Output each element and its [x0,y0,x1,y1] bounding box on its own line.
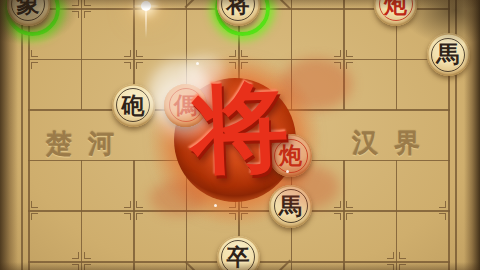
position-dot [124,201,131,208]
piece-character: 馬 [437,43,460,66]
position-dot [136,62,143,69]
position-dot [31,201,38,208]
position-dot [31,62,38,69]
position-dot [136,213,143,220]
position-dot [387,252,394,259]
sparkle-dot [286,170,289,173]
position-dot [346,213,353,220]
position-dot [334,201,341,208]
position-dot [136,201,143,208]
sparkle-icon [145,8,147,38]
position-dot [439,213,446,220]
piece-character: 砲 [122,94,145,117]
grid-vline [133,160,135,270]
position-dot [136,50,143,57]
grid-vline [81,160,83,270]
corner-shade [400,0,480,45]
position-dot [72,252,79,259]
position-dot [124,50,131,57]
grid-vline [396,160,398,270]
river-label-left: 楚河 [46,127,130,162]
sparkle-dot [214,204,217,207]
sparkle-dot [196,62,199,65]
position-dot [439,201,446,208]
position-dot [124,213,131,220]
position-dot [399,252,406,259]
river-label-right: 汉界 [352,126,436,161]
xiangqi-board[interactable]: 楚河 汉界 象将炮馬砲傌炮馬卒 将 [0,0,480,270]
check-announcement-text: 将 [190,78,290,178]
position-dot [84,11,91,18]
video-edge-shade-bottom [0,262,480,270]
position-dot [346,50,353,57]
position-dot [31,50,38,57]
corner-shade [0,0,80,45]
position-dot [334,213,341,220]
red-mist-top-right [280,58,352,110]
position-dot [124,62,131,69]
position-dot [31,213,38,220]
position-dot [346,62,353,69]
position-dot [346,201,353,208]
position-dot [84,252,91,259]
position-dot [334,50,341,57]
grid-vline [81,0,83,110]
grid-vline [343,160,345,270]
